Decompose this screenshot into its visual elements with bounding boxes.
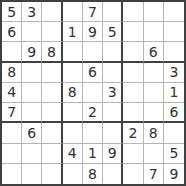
sudoku-cell-empty[interactable] [123, 22, 143, 42]
sudoku-cell-empty[interactable] [42, 164, 62, 184]
sudoku-cell-empty[interactable] [63, 63, 83, 83]
sudoku-cell-empty[interactable] [22, 83, 42, 103]
sudoku-cell-empty[interactable] [63, 42, 83, 62]
sudoku-cell-given: 2 [123, 123, 143, 143]
sudoku-cell-given: 8 [2, 63, 22, 83]
sudoku-cell-given: 2 [83, 103, 103, 123]
sudoku-cell-empty[interactable] [42, 103, 62, 123]
sudoku-cell-empty[interactable] [123, 83, 143, 103]
sudoku-cell-given: 7 [83, 2, 103, 22]
sudoku-cell-given: 7 [2, 103, 22, 123]
sudoku-cell-given: 6 [2, 22, 22, 42]
sudoku-cell-given: 4 [63, 144, 83, 164]
sudoku-cell-given: 7 [144, 164, 164, 184]
sudoku-cell-empty[interactable] [83, 123, 103, 143]
sudoku-cell-empty[interactable] [103, 164, 123, 184]
sudoku-cell-empty[interactable] [63, 123, 83, 143]
sudoku-cell-given: 9 [22, 42, 42, 62]
sudoku-cell-empty[interactable] [144, 63, 164, 83]
sudoku-cell-given: 1 [63, 22, 83, 42]
sudoku-cell-empty[interactable] [123, 2, 143, 22]
sudoku-cell-empty[interactable] [2, 42, 22, 62]
sudoku-cell-given: 8 [83, 164, 103, 184]
sudoku-cell-empty[interactable] [144, 22, 164, 42]
sudoku-cell-empty[interactable] [22, 103, 42, 123]
sudoku-cell-empty[interactable] [22, 63, 42, 83]
sudoku-cell-empty[interactable] [123, 103, 143, 123]
sudoku-cell-empty[interactable] [103, 42, 123, 62]
sudoku-cell-given: 1 [83, 144, 103, 164]
sudoku-cell-given: 6 [164, 103, 184, 123]
sudoku-cell-empty[interactable] [42, 83, 62, 103]
sudoku-cell-empty[interactable] [63, 103, 83, 123]
sudoku-cell-given: 3 [22, 2, 42, 22]
sudoku-cell-empty[interactable] [42, 22, 62, 42]
sudoku-cell-empty[interactable] [2, 123, 22, 143]
sudoku-board: 537619598686348317266284195879 [0, 0, 186, 186]
sudoku-cell-given: 5 [164, 144, 184, 164]
sudoku-cell-empty[interactable] [123, 63, 143, 83]
sudoku-cell-empty[interactable] [123, 164, 143, 184]
sudoku-cell-given: 4 [2, 83, 22, 103]
sudoku-cell-empty[interactable] [42, 2, 62, 22]
sudoku-cell-empty[interactable] [2, 164, 22, 184]
sudoku-cell-given: 5 [103, 22, 123, 42]
sudoku-cell-empty[interactable] [164, 2, 184, 22]
sudoku-cell-given: 5 [2, 2, 22, 22]
sudoku-cell-empty[interactable] [22, 164, 42, 184]
sudoku-cell-given: 6 [22, 123, 42, 143]
sudoku-cell-empty[interactable] [42, 144, 62, 164]
sudoku-cell-given: 8 [42, 42, 62, 62]
sudoku-cell-given: 3 [164, 63, 184, 83]
sudoku-cell-given: 6 [83, 63, 103, 83]
sudoku-cell-empty[interactable] [22, 22, 42, 42]
sudoku-cell-empty[interactable] [83, 83, 103, 103]
sudoku-cell-given: 8 [63, 83, 83, 103]
sudoku-cell-empty[interactable] [63, 164, 83, 184]
sudoku-cell-empty[interactable] [164, 22, 184, 42]
sudoku-cell-given: 6 [144, 42, 164, 62]
sudoku-cell-empty[interactable] [103, 63, 123, 83]
sudoku-puzzle: 537619598686348317266284195879 [0, 0, 186, 186]
sudoku-cell-empty[interactable] [22, 144, 42, 164]
sudoku-cell-empty[interactable] [63, 2, 83, 22]
sudoku-cell-empty[interactable] [144, 83, 164, 103]
sudoku-cell-given: 9 [103, 144, 123, 164]
sudoku-cell-empty[interactable] [144, 144, 164, 164]
sudoku-cell-empty[interactable] [144, 103, 164, 123]
sudoku-cell-empty[interactable] [164, 123, 184, 143]
sudoku-cell-empty[interactable] [2, 144, 22, 164]
sudoku-cell-empty[interactable] [144, 2, 164, 22]
sudoku-cell-empty[interactable] [103, 103, 123, 123]
sudoku-cell-given: 9 [83, 22, 103, 42]
sudoku-cell-empty[interactable] [103, 2, 123, 22]
sudoku-cell-empty[interactable] [123, 144, 143, 164]
sudoku-cell-empty[interactable] [42, 63, 62, 83]
sudoku-cell-given: 1 [164, 83, 184, 103]
sudoku-cell-empty[interactable] [164, 42, 184, 62]
sudoku-cell-empty[interactable] [83, 42, 103, 62]
sudoku-cell-empty[interactable] [42, 123, 62, 143]
sudoku-cell-empty[interactable] [123, 42, 143, 62]
sudoku-cell-given: 9 [164, 164, 184, 184]
sudoku-cell-given: 8 [144, 123, 164, 143]
sudoku-cell-empty[interactable] [103, 123, 123, 143]
sudoku-cell-given: 3 [103, 83, 123, 103]
